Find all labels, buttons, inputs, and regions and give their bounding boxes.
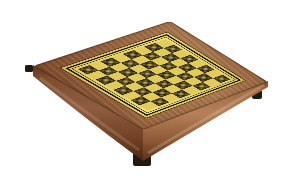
photo-background xyxy=(0,0,290,179)
board-foot-left xyxy=(25,65,33,72)
board-squares xyxy=(78,39,230,110)
